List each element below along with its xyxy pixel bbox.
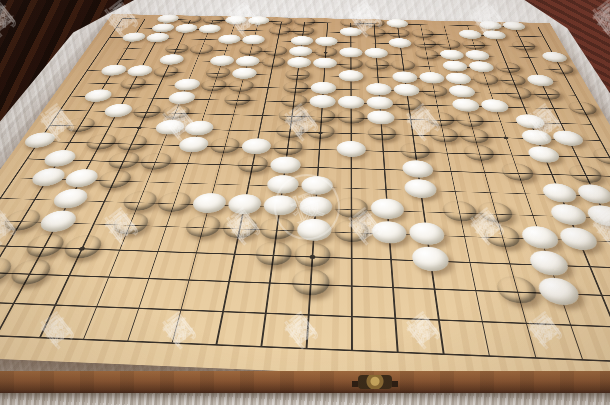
hoshi-point xyxy=(503,137,509,140)
black-stone xyxy=(236,155,269,173)
white-stone xyxy=(240,138,272,155)
black-stone xyxy=(204,67,232,79)
black-stone xyxy=(282,81,309,94)
black-stone xyxy=(494,62,523,73)
black-stone xyxy=(272,139,303,156)
white-stone xyxy=(120,32,147,42)
white-stone xyxy=(61,169,101,188)
black-stone xyxy=(458,128,491,144)
black-stone xyxy=(109,212,151,234)
black-stone xyxy=(367,125,396,141)
black-stone xyxy=(105,152,142,170)
white-stone xyxy=(480,99,511,113)
white-stone xyxy=(197,24,222,33)
black-stone xyxy=(21,233,68,257)
white-stone xyxy=(20,132,58,148)
white-stone xyxy=(81,89,114,102)
brass-latch-icon xyxy=(358,375,392,389)
black-stone xyxy=(160,105,192,119)
white-stone xyxy=(367,110,395,125)
white-stone xyxy=(262,195,297,216)
white-stone xyxy=(266,175,300,194)
black-stone xyxy=(184,215,223,238)
white-stone xyxy=(338,95,365,109)
white-stone xyxy=(36,210,80,232)
white-stone xyxy=(98,64,128,76)
white-stone xyxy=(340,27,362,36)
black-stone xyxy=(566,165,606,184)
black-stone xyxy=(531,87,563,100)
go-grid xyxy=(0,18,610,365)
white-stone xyxy=(157,54,185,65)
white-stone xyxy=(388,38,412,48)
black-stone xyxy=(292,26,315,35)
white-stone xyxy=(501,21,527,30)
go-board xyxy=(0,14,610,392)
black-stone xyxy=(227,80,255,92)
white-stone xyxy=(392,71,418,83)
white-stone xyxy=(298,196,332,217)
black-stone xyxy=(178,15,203,24)
go-board-photo: 摄 摄图网摄图网摄图网摄图网摄图网摄图网摄图网摄图网摄图网摄图网摄图网摄图网摄图… xyxy=(0,0,610,405)
white-stone xyxy=(313,58,337,69)
black-stone xyxy=(263,46,288,56)
hoshi-point xyxy=(136,126,142,128)
white-stone xyxy=(183,120,215,135)
black-stone xyxy=(394,97,422,111)
black-stone xyxy=(500,163,537,181)
black-stone xyxy=(223,93,252,106)
black-stone xyxy=(83,134,120,150)
white-stone xyxy=(150,23,176,32)
white-stone xyxy=(101,103,135,117)
white-stone xyxy=(451,98,481,112)
black-stone xyxy=(5,258,55,285)
black-stone xyxy=(510,41,538,51)
black-stone xyxy=(461,40,487,50)
white-stone xyxy=(155,14,180,23)
white-stone xyxy=(442,61,469,72)
black-stone xyxy=(476,202,515,224)
white-stone xyxy=(520,129,555,145)
white-stone xyxy=(439,49,465,60)
white-stone xyxy=(226,194,262,215)
black-stone xyxy=(188,44,215,54)
white-stone xyxy=(166,91,197,104)
white-stone xyxy=(269,156,301,174)
white-stone xyxy=(525,74,556,86)
black-stone xyxy=(285,69,311,81)
black-stone xyxy=(291,268,330,296)
white-stone xyxy=(27,168,68,187)
white-stone xyxy=(535,277,583,305)
black-stone xyxy=(151,65,180,77)
white-stone xyxy=(366,83,392,96)
black-stone xyxy=(334,219,369,242)
black-stone xyxy=(209,137,242,153)
black-stone xyxy=(365,59,390,70)
white-stone xyxy=(448,85,477,98)
white-stone xyxy=(177,136,211,152)
white-stone xyxy=(468,61,496,72)
black-stone xyxy=(455,112,486,127)
white-stone xyxy=(371,220,407,243)
black-stone xyxy=(95,170,134,189)
white-stone xyxy=(336,141,366,158)
white-stone xyxy=(191,193,229,214)
white-stone xyxy=(386,19,408,28)
white-stone xyxy=(290,36,314,46)
white-stone xyxy=(231,67,258,79)
black-stone xyxy=(62,117,98,132)
black-stone xyxy=(387,28,410,37)
white-stone xyxy=(217,34,242,44)
white-stone xyxy=(540,183,580,203)
black-stone xyxy=(498,74,528,86)
white-stone xyxy=(393,83,420,96)
white-stone xyxy=(540,52,569,63)
black-stone xyxy=(270,17,293,26)
black-stone xyxy=(114,135,150,151)
black-stone xyxy=(566,101,600,115)
white-stone xyxy=(548,204,590,226)
white-stone xyxy=(287,57,312,68)
black-stone xyxy=(495,276,541,304)
white-stone xyxy=(235,56,261,67)
black-stone xyxy=(441,201,478,222)
white-stone xyxy=(478,21,503,30)
black-stone xyxy=(155,192,194,213)
black-stone xyxy=(201,15,225,24)
white-stone xyxy=(550,130,586,146)
white-stone xyxy=(247,16,270,25)
board-side-edge xyxy=(0,371,610,393)
black-stone xyxy=(412,39,437,49)
white-stone xyxy=(339,47,362,57)
black-stone xyxy=(130,104,163,118)
black-stone xyxy=(546,63,576,74)
white-stone xyxy=(403,179,437,199)
black-stone xyxy=(199,79,228,91)
black-stone xyxy=(294,242,331,267)
white-stone xyxy=(557,227,602,251)
white-stone xyxy=(224,16,248,25)
black-stone xyxy=(471,73,500,85)
black-stone xyxy=(335,197,368,218)
black-stone xyxy=(420,84,448,97)
black-stone xyxy=(306,124,335,139)
black-stone xyxy=(339,58,363,69)
white-stone xyxy=(514,114,547,129)
white-stone xyxy=(575,184,610,204)
black-stone xyxy=(293,17,315,26)
white-stone xyxy=(241,35,266,45)
white-stone xyxy=(301,176,334,195)
white-stone xyxy=(408,222,446,245)
white-stone xyxy=(458,30,483,39)
black-stone xyxy=(254,241,293,266)
fur-rug-front xyxy=(0,393,610,405)
white-stone xyxy=(370,198,404,219)
black-stone xyxy=(411,29,435,38)
white-stone xyxy=(526,146,563,163)
black-stone xyxy=(275,123,305,138)
black-stone xyxy=(117,77,148,89)
white-stone xyxy=(49,189,91,209)
black-stone xyxy=(414,49,439,60)
white-stone xyxy=(310,81,336,94)
black-stone xyxy=(462,144,496,161)
black-stone xyxy=(314,47,338,57)
black-stone xyxy=(238,45,263,55)
black-stone xyxy=(482,224,523,248)
black-stone xyxy=(363,18,385,27)
grid-line-horizontal xyxy=(0,332,610,367)
black-stone xyxy=(437,39,462,49)
black-stone xyxy=(428,127,459,143)
white-stone xyxy=(366,96,393,110)
black-stone xyxy=(278,108,307,122)
white-stone xyxy=(411,246,451,272)
black-stone xyxy=(390,59,415,70)
white-stone xyxy=(209,55,236,66)
black-stone xyxy=(261,56,287,67)
white-stone xyxy=(296,218,331,241)
black-stone xyxy=(0,209,45,231)
white-stone xyxy=(401,160,434,178)
white-stone xyxy=(125,65,155,77)
black-stone xyxy=(425,112,455,127)
white-stone xyxy=(172,78,202,90)
white-stone xyxy=(309,95,336,108)
black-stone xyxy=(340,18,361,27)
white-stone xyxy=(364,48,388,59)
black-stone xyxy=(307,109,335,123)
white-stone xyxy=(445,72,473,84)
white-stone xyxy=(153,120,186,135)
white-stone xyxy=(527,250,572,276)
white-stone xyxy=(339,70,364,82)
black-stone xyxy=(137,152,173,170)
black-stone xyxy=(119,191,159,212)
white-stone xyxy=(519,225,562,249)
black-stone xyxy=(363,28,385,37)
white-stone xyxy=(482,30,508,40)
black-stone xyxy=(258,217,295,240)
black-stone xyxy=(503,86,534,99)
white-stone xyxy=(40,150,79,167)
black-stone xyxy=(268,26,291,35)
black-stone xyxy=(221,216,259,239)
white-stone xyxy=(315,36,338,46)
black-stone xyxy=(337,109,365,123)
black-stone xyxy=(60,234,106,258)
white-stone xyxy=(144,33,171,43)
white-stone xyxy=(173,24,198,33)
black-stone xyxy=(280,94,308,107)
white-stone xyxy=(464,50,491,61)
black-stone xyxy=(163,43,190,53)
black-stone xyxy=(399,142,431,159)
white-stone xyxy=(418,72,445,84)
white-stone xyxy=(288,46,312,56)
